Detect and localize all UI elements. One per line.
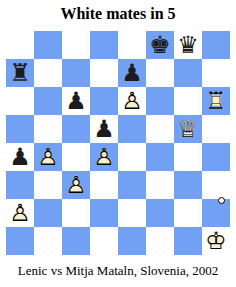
square-d2 <box>90 199 118 227</box>
square-a6 <box>6 87 34 115</box>
square-c5 <box>62 115 90 143</box>
square-f5 <box>146 115 174 143</box>
black-pawn: ♟ <box>6 143 34 171</box>
square-g5: ♛♕ <box>174 115 202 143</box>
black-pawn: ♟ <box>90 115 118 143</box>
square-d6 <box>90 87 118 115</box>
white-king: ♚♔ <box>202 227 230 255</box>
square-d8 <box>90 31 118 59</box>
square-b4: ♟♙ <box>34 143 62 171</box>
square-f6 <box>146 87 174 115</box>
square-c8 <box>62 31 90 59</box>
square-d1 <box>90 227 118 255</box>
square-h4 <box>202 143 230 171</box>
square-c2 <box>62 199 90 227</box>
black-pawn: ♟ <box>62 87 90 115</box>
square-d4: ♟♙ <box>90 143 118 171</box>
square-b3 <box>34 171 62 199</box>
square-e7: ♟ <box>118 59 146 87</box>
square-a3 <box>6 171 34 199</box>
square-c1 <box>62 227 90 255</box>
puzzle-diagram: White mates in 5 ♚♛♜♟♟♟♙♜♖♟♛♕♟♟♙♟♙♟♙♟♙♚♔… <box>0 0 236 287</box>
square-b6 <box>34 87 62 115</box>
white-pawn: ♟♙ <box>118 87 146 115</box>
square-e1 <box>118 227 146 255</box>
white-to-move-indicator <box>218 197 225 204</box>
square-f7 <box>146 59 174 87</box>
square-f8: ♚ <box>146 31 174 59</box>
white-queen: ♛♕ <box>174 115 202 143</box>
square-h3 <box>202 171 230 199</box>
square-g4 <box>174 143 202 171</box>
square-a8 <box>6 31 34 59</box>
white-pawn: ♟♙ <box>6 199 34 227</box>
square-c4 <box>62 143 90 171</box>
square-g2 <box>174 199 202 227</box>
square-a7: ♜ <box>6 59 34 87</box>
square-e4 <box>118 143 146 171</box>
square-c7 <box>62 59 90 87</box>
square-a2: ♟♙ <box>6 199 34 227</box>
puzzle-title: White mates in 5 <box>0 5 236 23</box>
square-e6: ♟♙ <box>118 87 146 115</box>
square-e2 <box>118 199 146 227</box>
square-a5 <box>6 115 34 143</box>
white-pawn: ♟♙ <box>90 143 118 171</box>
square-h1: ♚♔ <box>202 227 230 255</box>
white-pawn: ♟♙ <box>62 171 90 199</box>
square-h8 <box>202 31 230 59</box>
black-pawn: ♟ <box>118 59 146 87</box>
square-d5: ♟ <box>90 115 118 143</box>
square-h7 <box>202 59 230 87</box>
square-h6: ♜♖ <box>202 87 230 115</box>
square-f2 <box>146 199 174 227</box>
square-e3 <box>118 171 146 199</box>
black-rook: ♜ <box>6 59 34 87</box>
square-f3 <box>146 171 174 199</box>
game-caption: Lenic vs Mitja Mataln, Slovenia, 2002 <box>0 263 236 279</box>
square-b5 <box>34 115 62 143</box>
square-e8 <box>118 31 146 59</box>
square-f4 <box>146 143 174 171</box>
square-b8 <box>34 31 62 59</box>
square-g3 <box>174 171 202 199</box>
square-g6 <box>174 87 202 115</box>
square-d7 <box>90 59 118 87</box>
white-rook: ♜♖ <box>202 87 230 115</box>
black-king: ♚ <box>146 31 174 59</box>
square-b2 <box>34 199 62 227</box>
square-b7 <box>34 59 62 87</box>
chess-board: ♚♛♜♟♟♟♙♜♖♟♛♕♟♟♙♟♙♟♙♟♙♚♔ <box>6 31 230 255</box>
square-h5 <box>202 115 230 143</box>
square-f1 <box>146 227 174 255</box>
square-g8: ♛ <box>174 31 202 59</box>
square-e5 <box>118 115 146 143</box>
square-d3 <box>90 171 118 199</box>
square-g1 <box>174 227 202 255</box>
square-b1 <box>34 227 62 255</box>
square-h2 <box>202 199 230 227</box>
square-c3: ♟♙ <box>62 171 90 199</box>
square-a4: ♟ <box>6 143 34 171</box>
square-a1 <box>6 227 34 255</box>
white-pawn: ♟♙ <box>34 143 62 171</box>
black-queen: ♛ <box>174 31 202 59</box>
square-g7 <box>174 59 202 87</box>
square-c6: ♟ <box>62 87 90 115</box>
